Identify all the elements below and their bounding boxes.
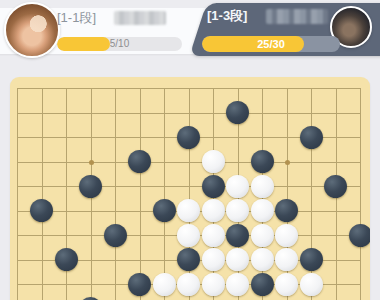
- stone-black: [251, 150, 274, 173]
- left-player-rank-label: [1-1段]: [57, 10, 96, 26]
- stone-white: [153, 273, 176, 296]
- stone-black: [349, 224, 371, 247]
- stone-black: [128, 273, 151, 296]
- stone-black: [251, 273, 274, 296]
- stone-white: [275, 248, 298, 271]
- stone-white: [251, 248, 274, 271]
- game-board[interactable]: [10, 77, 370, 300]
- star-point: [89, 160, 94, 165]
- stone-black: [226, 101, 249, 124]
- grid-hline: [17, 113, 361, 114]
- left-player-censored-name: [114, 11, 166, 25]
- right-player-progress-bar: 25/30: [202, 36, 340, 52]
- stone-white: [251, 175, 274, 198]
- grid-vline: [140, 88, 141, 300]
- stone-black: [55, 248, 78, 271]
- stone-black: [300, 126, 323, 149]
- stone-white: [202, 248, 225, 271]
- stone-black: [177, 248, 200, 271]
- stone-black: [128, 150, 151, 173]
- grid-hline: [17, 186, 361, 187]
- stone-white: [275, 224, 298, 247]
- grid-vline: [360, 88, 361, 300]
- stone-white: [275, 273, 298, 296]
- stone-white: [202, 199, 225, 222]
- stone-black: [300, 248, 323, 271]
- stone-white: [251, 199, 274, 222]
- grid-hline: [17, 162, 361, 163]
- stone-white: [177, 273, 200, 296]
- stone-black: [275, 199, 298, 222]
- grid-vline: [17, 88, 18, 300]
- stone-white: [202, 150, 225, 173]
- stone-white: [251, 224, 274, 247]
- star-point: [285, 160, 290, 165]
- stone-black: [30, 199, 53, 222]
- grid-hline: [17, 88, 361, 89]
- grid-vline: [164, 88, 165, 300]
- stone-black: [226, 224, 249, 247]
- stone-white: [202, 273, 225, 296]
- right-progress-text: 25/30: [202, 36, 340, 52]
- stone-black: [177, 126, 200, 149]
- stone-white: [202, 224, 225, 247]
- right-player-rank-label: [1-3段]: [207, 8, 247, 24]
- stone-white: [226, 175, 249, 198]
- stone-black: [104, 224, 127, 247]
- stone-black: [324, 175, 347, 198]
- stone-white: [177, 224, 200, 247]
- match-header: [1-1段] [1-3段] 5/10 25/30: [0, 0, 380, 60]
- grid-vline: [115, 88, 116, 300]
- stone-white: [226, 273, 249, 296]
- left-player-progress-bar: 5/10: [57, 37, 182, 51]
- stone-black: [79, 175, 102, 198]
- stone-black: [153, 199, 176, 222]
- left-progress-text: 5/10: [57, 37, 182, 51]
- right-player-censored-name: [266, 9, 328, 24]
- stone-white: [226, 199, 249, 222]
- grid-vline: [42, 88, 43, 300]
- stone-white: [226, 248, 249, 271]
- left-player-avatar[interactable]: [4, 2, 60, 58]
- stone-white: [300, 273, 323, 296]
- stone-black: [202, 175, 225, 198]
- stone-white: [177, 199, 200, 222]
